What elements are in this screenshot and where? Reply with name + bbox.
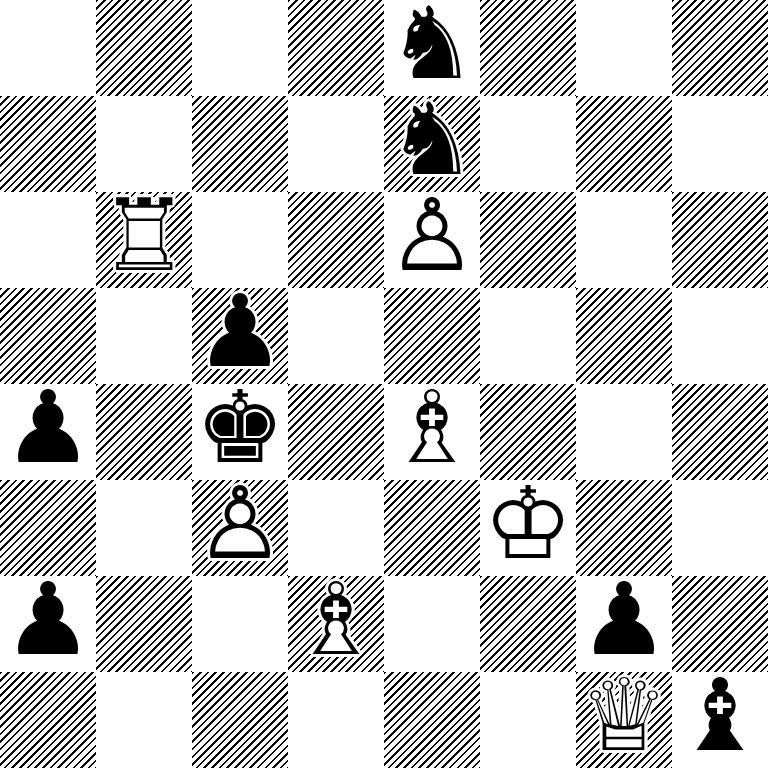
black-king-glyph: ♚	[195, 378, 285, 478]
square-f5[interactable]	[480, 288, 576, 384]
black-pawn[interactable]: ♟♟	[0, 576, 96, 672]
square-f1[interactable]	[480, 672, 576, 768]
white-king[interactable]: ♚♔	[480, 480, 576, 576]
black-pawn-glyph: ♟	[579, 570, 669, 670]
square-f3[interactable]: ♚♔	[480, 480, 576, 576]
black-pawn-glyph: ♟	[3, 378, 93, 478]
square-e4[interactable]: ♝♗	[384, 384, 480, 480]
black-bishop[interactable]: ♝♝	[672, 672, 768, 768]
square-a2[interactable]: ♟♟	[0, 576, 96, 672]
square-b3[interactable]	[96, 480, 192, 576]
white-queen-glyph: ♕	[579, 666, 669, 766]
white-queen[interactable]: ♛♕	[576, 672, 672, 768]
square-h8[interactable]	[672, 0, 768, 96]
square-d7[interactable]	[288, 96, 384, 192]
square-b1[interactable]	[96, 672, 192, 768]
square-g6[interactable]	[576, 192, 672, 288]
chess-board: ♞♞♞♞♜♖♟♙♟♟♟♟♚♚♝♗♟♙♚♔♟♟♝♗♟♟♛♕♝♝	[0, 0, 768, 768]
square-a4[interactable]: ♟♟	[0, 384, 96, 480]
square-b4[interactable]	[96, 384, 192, 480]
square-a8[interactable]	[0, 0, 96, 96]
white-pawn[interactable]: ♟♙	[384, 192, 480, 288]
square-c3[interactable]: ♟♙	[192, 480, 288, 576]
white-bishop-glyph: ♗	[387, 378, 477, 478]
square-b2[interactable]	[96, 576, 192, 672]
square-d6[interactable]	[288, 192, 384, 288]
square-f2[interactable]	[480, 576, 576, 672]
square-a6[interactable]	[0, 192, 96, 288]
square-b6[interactable]: ♜♖	[96, 192, 192, 288]
square-c8[interactable]	[192, 0, 288, 96]
square-b5[interactable]	[96, 288, 192, 384]
square-d1[interactable]	[288, 672, 384, 768]
white-rook-glyph: ♖	[99, 186, 189, 286]
square-e3[interactable]	[384, 480, 480, 576]
white-king-glyph: ♔	[483, 474, 573, 574]
square-d4[interactable]	[288, 384, 384, 480]
white-bishop-glyph: ♗	[291, 570, 381, 670]
square-g4[interactable]	[576, 384, 672, 480]
square-d2[interactable]: ♝♗	[288, 576, 384, 672]
chess-diagram: ♞♞♞♞♜♖♟♙♟♟♟♟♚♚♝♗♟♙♚♔♟♟♝♗♟♟♛♕♝♝	[0, 0, 768, 768]
square-h3[interactable]	[672, 480, 768, 576]
square-a1[interactable]	[0, 672, 96, 768]
square-h5[interactable]	[672, 288, 768, 384]
black-pawn[interactable]: ♟♟	[0, 384, 96, 480]
square-h6[interactable]	[672, 192, 768, 288]
black-bishop-glyph: ♝	[675, 666, 765, 766]
square-g7[interactable]	[576, 96, 672, 192]
white-bishop[interactable]: ♝♗	[288, 576, 384, 672]
square-c2[interactable]	[192, 576, 288, 672]
white-pawn-glyph: ♙	[387, 186, 477, 286]
black-knight-glyph: ♞	[387, 90, 477, 190]
square-h4[interactable]	[672, 384, 768, 480]
square-f8[interactable]	[480, 0, 576, 96]
square-e1[interactable]	[384, 672, 480, 768]
black-pawn-glyph: ♟	[195, 282, 285, 382]
square-b8[interactable]	[96, 0, 192, 96]
square-g5[interactable]	[576, 288, 672, 384]
square-h1[interactable]: ♝♝	[672, 672, 768, 768]
square-g1[interactable]: ♛♕	[576, 672, 672, 768]
white-pawn[interactable]: ♟♙	[192, 480, 288, 576]
square-a7[interactable]	[0, 96, 96, 192]
square-f6[interactable]	[480, 192, 576, 288]
square-d5[interactable]	[288, 288, 384, 384]
black-pawn-glyph: ♟	[3, 570, 93, 670]
square-f7[interactable]	[480, 96, 576, 192]
square-e2[interactable]	[384, 576, 480, 672]
black-knight-glyph: ♞	[387, 0, 477, 94]
square-c1[interactable]	[192, 672, 288, 768]
white-bishop[interactable]: ♝♗	[384, 384, 480, 480]
square-g8[interactable]	[576, 0, 672, 96]
white-rook[interactable]: ♜♖	[96, 192, 192, 288]
square-h7[interactable]	[672, 96, 768, 192]
white-pawn-glyph: ♙	[195, 474, 285, 574]
square-c7[interactable]	[192, 96, 288, 192]
square-d8[interactable]	[288, 0, 384, 96]
square-e6[interactable]: ♟♙	[384, 192, 480, 288]
